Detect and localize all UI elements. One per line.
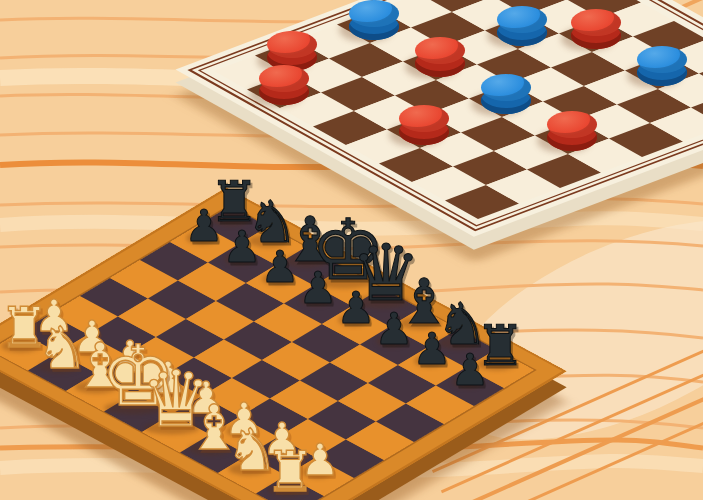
chess-piece-glyph: ♟: [374, 307, 413, 351]
chess-piece-glyph: ♟: [450, 348, 489, 392]
chess-piece-glyph: ♟: [184, 204, 223, 248]
tabletop-scene: ♜♞♝♛♚♝♞♜♟♟♟♟♟♟♟♟♟♟♟♟♟♟♟♟♜♞♝♛♚♝♞♜: [0, 0, 703, 500]
chess-piece-glyph: ♟: [260, 245, 299, 289]
chess-piece-glyph: ♟: [336, 286, 375, 330]
chess-piece-glyph: ♟: [298, 266, 337, 310]
chess-board-group: ♜♞♝♛♚♝♞♜♟♟♟♟♟♟♟♟♟♟♟♟♟♟♟♟♜♞♝♛♚♝♞♜: [0, 0, 703, 500]
chess-piece-glyph: ♜: [265, 444, 315, 500]
chess-piece-glyph: ♟: [412, 327, 451, 371]
chess-piece-glyph: ♟: [222, 225, 261, 269]
